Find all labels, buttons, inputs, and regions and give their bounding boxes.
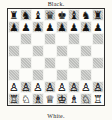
piece-black-bishop: ♝ — [69, 9, 78, 21]
piece-black-knight: ♞ — [81, 9, 90, 21]
square-g4[interactable] — [80, 57, 92, 69]
square-f8[interactable]: ♝ — [68, 9, 80, 21]
square-b4[interactable] — [20, 57, 32, 69]
square-b1[interactable]: ♘ — [20, 93, 32, 105]
square-d1[interactable]: ♕ — [44, 93, 56, 105]
piece-white-queen: ♕ — [45, 93, 54, 105]
square-e7[interactable]: ♟ — [56, 21, 68, 33]
square-h6[interactable] — [92, 33, 104, 45]
square-b6[interactable] — [20, 33, 32, 45]
white-side-label: White. — [0, 106, 112, 120]
square-h2[interactable]: ♙ — [92, 81, 104, 93]
square-c2[interactable]: ♙ — [32, 81, 44, 93]
square-g2[interactable]: ♙ — [80, 81, 92, 93]
piece-white-pawn: ♙ — [69, 81, 78, 93]
square-b5[interactable] — [20, 45, 32, 57]
square-f6[interactable] — [68, 33, 80, 45]
square-e6[interactable] — [56, 33, 68, 45]
square-f2[interactable]: ♙ — [68, 81, 80, 93]
square-a7[interactable]: ♟ — [8, 21, 20, 33]
piece-black-pawn: ♟ — [9, 21, 18, 33]
square-g7[interactable]: ♟ — [80, 21, 92, 33]
piece-white-pawn: ♙ — [45, 81, 54, 93]
piece-black-pawn: ♟ — [81, 21, 90, 33]
square-h7[interactable]: ♟ — [92, 21, 104, 33]
square-d5[interactable] — [44, 45, 56, 57]
square-e1[interactable]: ♔ — [56, 93, 68, 105]
square-e3[interactable] — [56, 69, 68, 81]
square-c6[interactable] — [32, 33, 44, 45]
square-g3[interactable] — [80, 69, 92, 81]
square-e2[interactable]: ♙ — [56, 81, 68, 93]
square-a4[interactable] — [8, 57, 20, 69]
square-h8[interactable]: ♜ — [92, 9, 104, 21]
square-e5[interactable] — [56, 45, 68, 57]
square-c4[interactable] — [32, 57, 44, 69]
square-h1[interactable]: ♖ — [92, 93, 104, 105]
chess-diagram: Black. ♜♞♝♛♚♝♞♜♟♟♟♟♟♟♟♟♙♙♙♙♙♙♙♙♖♘♗♕♔♗♘♖ … — [0, 0, 112, 120]
piece-black-rook: ♜ — [93, 9, 102, 21]
piece-black-knight: ♞ — [21, 9, 30, 21]
piece-black-pawn: ♟ — [93, 21, 102, 33]
square-a1[interactable]: ♖ — [8, 93, 20, 105]
square-g6[interactable] — [80, 33, 92, 45]
square-c1[interactable]: ♗ — [32, 93, 44, 105]
piece-white-pawn: ♙ — [9, 81, 18, 93]
square-f4[interactable] — [68, 57, 80, 69]
square-f3[interactable] — [68, 69, 80, 81]
chess-board-grid: ♜♞♝♛♚♝♞♜♟♟♟♟♟♟♟♟♙♙♙♙♙♙♙♙♖♘♗♕♔♗♘♖ — [8, 9, 104, 105]
square-a6[interactable] — [8, 33, 20, 45]
piece-black-queen: ♛ — [45, 9, 54, 21]
square-a3[interactable] — [8, 69, 20, 81]
square-d3[interactable] — [44, 69, 56, 81]
piece-black-pawn: ♟ — [33, 21, 42, 33]
square-g1[interactable]: ♘ — [80, 93, 92, 105]
piece-black-rook: ♜ — [9, 9, 18, 21]
black-side-label: Black. — [0, 0, 112, 8]
piece-white-bishop: ♗ — [33, 93, 42, 105]
piece-black-pawn: ♟ — [21, 21, 30, 33]
square-b3[interactable] — [20, 69, 32, 81]
square-e8[interactable]: ♚ — [56, 9, 68, 21]
square-c5[interactable] — [32, 45, 44, 57]
square-f7[interactable]: ♟ — [68, 21, 80, 33]
square-b7[interactable]: ♟ — [20, 21, 32, 33]
square-g8[interactable]: ♞ — [80, 9, 92, 21]
square-b8[interactable]: ♞ — [20, 9, 32, 21]
square-c8[interactable]: ♝ — [32, 9, 44, 21]
piece-white-knight: ♘ — [81, 93, 90, 105]
square-e4[interactable] — [56, 57, 68, 69]
square-h5[interactable] — [92, 45, 104, 57]
square-d7[interactable]: ♟ — [44, 21, 56, 33]
piece-black-pawn: ♟ — [45, 21, 54, 33]
piece-white-rook: ♖ — [93, 93, 102, 105]
piece-white-king: ♔ — [57, 93, 66, 105]
piece-black-king: ♚ — [57, 9, 66, 21]
piece-white-pawn: ♙ — [21, 81, 30, 93]
square-h3[interactable] — [92, 69, 104, 81]
square-d2[interactable]: ♙ — [44, 81, 56, 93]
piece-white-pawn: ♙ — [93, 81, 102, 93]
piece-white-pawn: ♙ — [81, 81, 90, 93]
piece-white-rook: ♖ — [9, 93, 18, 105]
piece-white-pawn: ♙ — [33, 81, 42, 93]
square-f1[interactable]: ♗ — [68, 93, 80, 105]
square-g5[interactable] — [80, 45, 92, 57]
square-a2[interactable]: ♙ — [8, 81, 20, 93]
square-d6[interactable] — [44, 33, 56, 45]
chess-board: ♜♞♝♛♚♝♞♜♟♟♟♟♟♟♟♟♙♙♙♙♙♙♙♙♖♘♗♕♔♗♘♖ — [7, 8, 105, 106]
square-d4[interactable] — [44, 57, 56, 69]
square-c3[interactable] — [32, 69, 44, 81]
square-f5[interactable] — [68, 45, 80, 57]
piece-white-knight: ♘ — [21, 93, 30, 105]
square-c7[interactable]: ♟ — [32, 21, 44, 33]
square-a5[interactable] — [8, 45, 20, 57]
square-d8[interactable]: ♛ — [44, 9, 56, 21]
square-b2[interactable]: ♙ — [20, 81, 32, 93]
piece-white-bishop: ♗ — [69, 93, 78, 105]
piece-black-bishop: ♝ — [33, 9, 42, 21]
piece-black-pawn: ♟ — [69, 21, 78, 33]
square-a8[interactable]: ♜ — [8, 9, 20, 21]
piece-black-pawn: ♟ — [57, 21, 66, 33]
square-h4[interactable] — [92, 57, 104, 69]
piece-white-pawn: ♙ — [57, 81, 66, 93]
